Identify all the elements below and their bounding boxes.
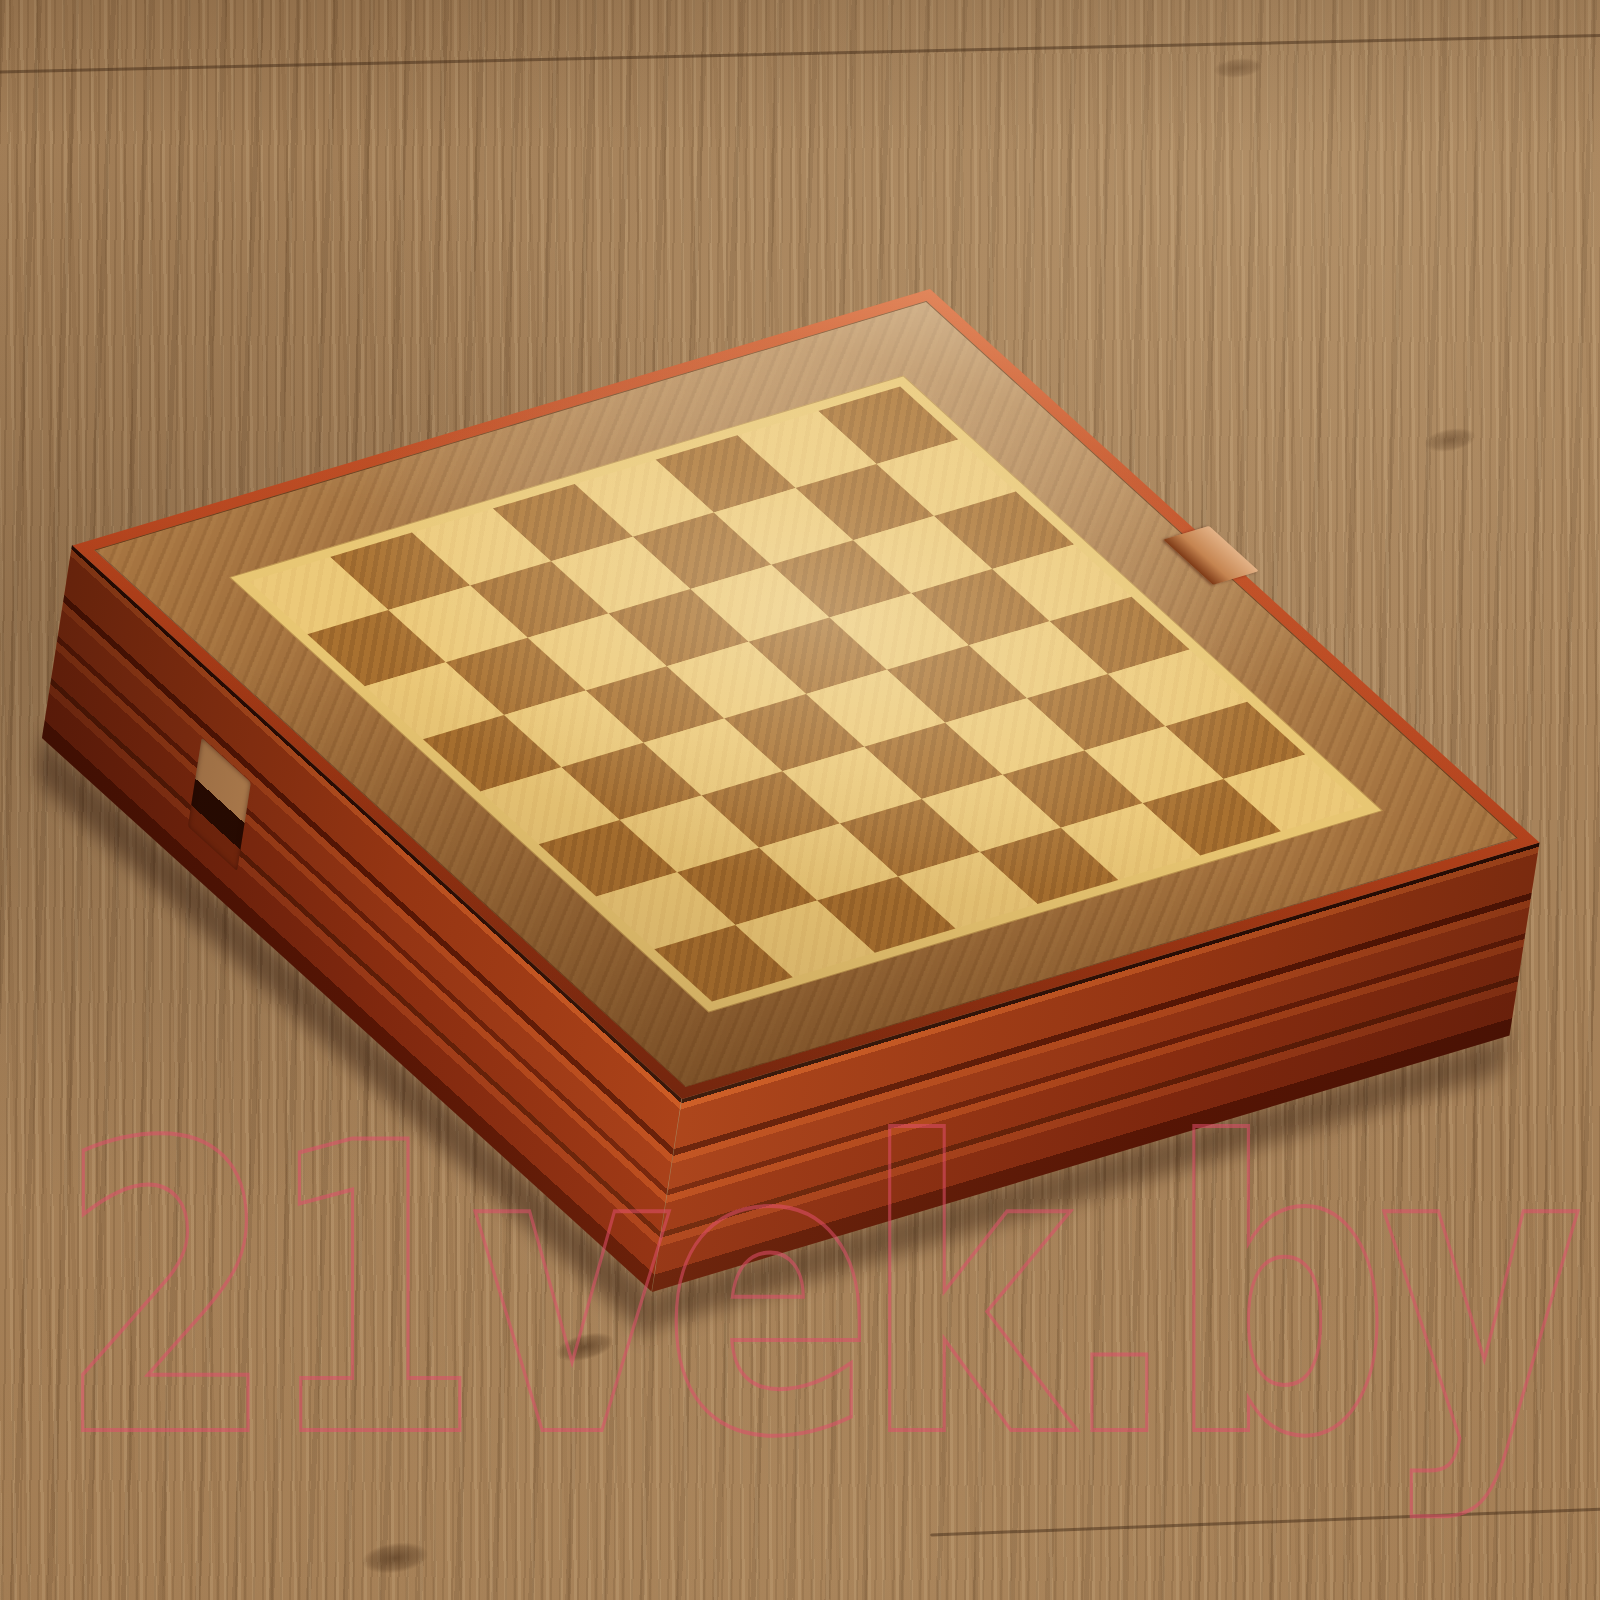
chess-box — [0, 0, 1600, 1600]
finger-slot-left — [188, 738, 251, 871]
photo-scene: 21vek.by — [0, 0, 1600, 1600]
